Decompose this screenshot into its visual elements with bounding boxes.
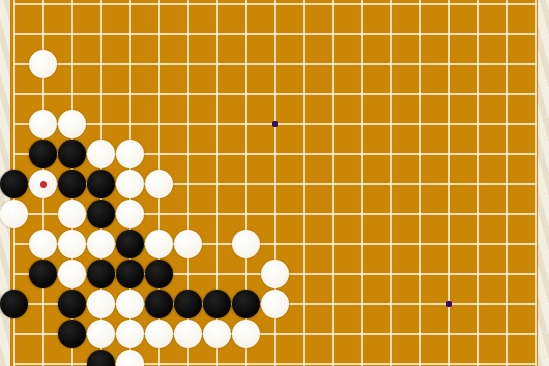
white-stone <box>116 320 144 348</box>
black-stone <box>0 170 28 198</box>
black-stone <box>145 290 173 318</box>
white-stone <box>58 230 86 258</box>
black-stone <box>58 170 86 198</box>
white-stone <box>58 110 86 138</box>
white-stone <box>174 320 202 348</box>
grid-line-horizontal-4 <box>13 93 537 95</box>
white-stone <box>116 290 144 318</box>
black-stone <box>87 260 115 288</box>
black-stone <box>174 290 202 318</box>
black-stone <box>58 290 86 318</box>
white-stone <box>87 230 115 258</box>
white-stone <box>116 170 144 198</box>
hoshi-dot-icon <box>446 301 452 307</box>
white-stone <box>261 290 289 318</box>
go-app-screenshot <box>0 0 549 366</box>
white-stone <box>174 230 202 258</box>
black-stone <box>87 170 115 198</box>
grid-line-horizontal-1 <box>13 3 537 5</box>
black-stone <box>145 260 173 288</box>
last-move-marker-icon <box>40 181 47 188</box>
black-stone <box>0 290 28 318</box>
white-stone <box>145 170 173 198</box>
white-stone <box>261 260 289 288</box>
black-stone <box>203 290 231 318</box>
white-stone <box>0 200 28 228</box>
white-stone <box>145 320 173 348</box>
white-stone <box>87 320 115 348</box>
white-stone <box>29 50 57 78</box>
white-stone <box>58 200 86 228</box>
black-stone <box>116 260 144 288</box>
white-stone <box>29 110 57 138</box>
hoshi-dot-icon <box>272 121 278 127</box>
white-stone <box>232 230 260 258</box>
white-stone <box>58 260 86 288</box>
black-stone <box>58 140 86 168</box>
grid-line-horizontal-2 <box>13 33 537 35</box>
white-stone <box>29 230 57 258</box>
white-stone <box>145 230 173 258</box>
white-stone <box>203 320 231 348</box>
black-stone <box>232 290 260 318</box>
white-stone <box>87 140 115 168</box>
white-stone <box>232 320 260 348</box>
black-stone <box>29 260 57 288</box>
black-stone <box>29 140 57 168</box>
black-stone <box>116 230 144 258</box>
white-stone <box>87 290 115 318</box>
black-stone <box>87 200 115 228</box>
black-stone <box>58 320 86 348</box>
white-stone <box>116 140 144 168</box>
grid-line-horizontal-3 <box>13 63 537 65</box>
white-stone <box>116 200 144 228</box>
